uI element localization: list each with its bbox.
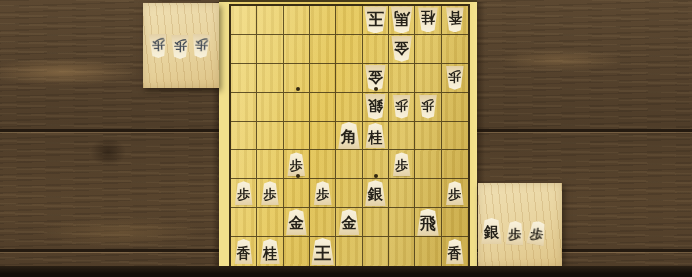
piece-kanji: 歩 <box>290 159 303 172</box>
piece-pawn-sente[interactable]: 歩 <box>393 152 411 176</box>
board-cell[interactable] <box>257 35 283 64</box>
piece-rook-sente[interactable]: 飛 <box>417 209 439 236</box>
piece-kanji: 銀 <box>368 187 383 202</box>
board-cell[interactable] <box>310 150 336 179</box>
board-cell[interactable] <box>336 93 362 122</box>
board-cell[interactable]: 歩 <box>415 93 441 122</box>
piece-kanji: 歩 <box>448 188 461 201</box>
piece-kanji: 角 <box>341 129 357 145</box>
piece-kanji: 歩 <box>508 228 522 242</box>
board-cell[interactable]: 歩 <box>442 64 468 93</box>
board-cell[interactable] <box>231 122 257 151</box>
piece-kanji: 銀 <box>484 225 499 240</box>
piece-lance-sente[interactable]: 香 <box>446 239 464 264</box>
board-cell[interactable] <box>336 179 362 208</box>
board-cell[interactable]: 香 <box>442 6 468 35</box>
piece-knight-sente[interactable]: 桂 <box>260 239 280 264</box>
piece-silver-sente[interactable]: 銀 <box>365 180 386 206</box>
piece-pawn-gote[interactable]: 歩 <box>171 35 189 59</box>
table-edge-shadow <box>0 266 692 277</box>
board-cell[interactable] <box>257 93 283 122</box>
board-cell[interactable]: 銀 <box>363 179 389 208</box>
piece-kanji: 桂 <box>421 11 435 25</box>
board-cell[interactable]: 歩 <box>389 93 415 122</box>
gote-captured-piece-stand: 歩歩歩 <box>143 3 219 88</box>
piece-kanji: 金 <box>368 69 383 84</box>
piece-kanji: 香 <box>448 246 462 260</box>
board-cell[interactable]: 歩 <box>442 179 468 208</box>
piece-kanji: 歩 <box>237 188 250 201</box>
board-cell[interactable] <box>310 6 336 35</box>
board-cell[interactable] <box>389 64 415 93</box>
hoshi-dot <box>296 87 300 91</box>
board-cell[interactable] <box>415 150 441 179</box>
piece-pawn-sente[interactable]: 歩 <box>261 181 279 205</box>
board-cell[interactable]: 歩 <box>310 179 336 208</box>
piece-kanji: 桂 <box>263 246 277 260</box>
board-cell[interactable] <box>257 6 283 35</box>
board-cell[interactable] <box>336 237 362 266</box>
board-cell[interactable] <box>310 122 336 151</box>
board-cell[interactable] <box>310 208 336 237</box>
board-cell[interactable] <box>284 122 310 151</box>
board-cell[interactable] <box>442 35 468 64</box>
piece-silver-gote[interactable]: 銀 <box>365 94 386 120</box>
piece-kanji: 玉 <box>367 10 384 27</box>
board-cell[interactable]: 飛 <box>415 208 441 237</box>
piece-lance-sente[interactable]: 香 <box>235 239 253 264</box>
hoshi-dot <box>374 174 378 178</box>
piece-pawn-gote[interactable]: 歩 <box>419 95 437 119</box>
piece-pawn-sente[interactable]: 歩 <box>526 220 548 247</box>
board-cell[interactable]: 王 <box>310 237 336 266</box>
board-cell[interactable]: 金 <box>336 208 362 237</box>
piece-pawn-gote[interactable]: 歩 <box>393 95 411 119</box>
board-cell[interactable] <box>336 150 362 179</box>
board-cell[interactable]: 玉 <box>363 6 389 35</box>
board-cell[interactable]: 馬 <box>389 6 415 35</box>
board-cell[interactable] <box>310 93 336 122</box>
sente-captured-piece-stand: 銀歩歩 <box>478 183 562 267</box>
shogi-board: 玉馬桂香金金歩銀歩歩角桂歩歩歩歩歩銀歩金金飛香桂王香 <box>219 0 477 266</box>
board-cell[interactable] <box>389 122 415 151</box>
piece-knight-sente[interactable]: 桂 <box>365 123 385 148</box>
piece-gold-sente[interactable]: 金 <box>338 209 359 235</box>
board-cell[interactable] <box>257 150 283 179</box>
board-cell[interactable] <box>389 179 415 208</box>
board-cell[interactable] <box>442 93 468 122</box>
piece-kanji: 歩 <box>263 188 276 201</box>
piece-bishop-sente[interactable]: 角 <box>338 122 360 149</box>
piece-kanji: 歩 <box>174 39 187 52</box>
piece-kanji: 歩 <box>395 159 408 172</box>
piece-kanji: 歩 <box>395 99 408 112</box>
piece-kanji: 歩 <box>421 99 434 112</box>
piece-kanji: 歩 <box>448 70 461 83</box>
board-cell[interactable] <box>257 122 283 151</box>
board-cell[interactable] <box>442 150 468 179</box>
board-cell[interactable]: 桂 <box>415 6 441 35</box>
piece-pawn-sente[interactable]: 歩 <box>446 181 464 205</box>
board-cell[interactable] <box>442 208 468 237</box>
board-cell[interactable] <box>257 208 283 237</box>
piece-pawn-sente[interactable]: 歩 <box>314 181 332 205</box>
board-cell[interactable] <box>231 6 257 35</box>
piece-kanji: 桂 <box>368 130 382 144</box>
board-cell[interactable]: 香 <box>442 237 468 266</box>
board-cell[interactable] <box>415 35 441 64</box>
board-cell[interactable] <box>336 64 362 93</box>
piece-kanji: 歩 <box>529 227 544 242</box>
board-cell[interactable]: 銀 <box>363 93 389 122</box>
piece-kanji: 銀 <box>368 98 383 113</box>
piece-pawn-gote[interactable]: 歩 <box>149 34 168 59</box>
piece-kanji: 金 <box>341 216 356 231</box>
piece-kanji: 歩 <box>151 38 164 51</box>
board-cell[interactable] <box>231 64 257 93</box>
shogi-table-photo: 玉馬桂香金金歩銀歩歩角桂歩歩歩歩歩銀歩金金飛香桂王香 歩歩歩 銀歩歩 <box>0 0 692 277</box>
piece-pawn-sente[interactable]: 歩 <box>505 221 524 246</box>
piece-kanji: 馬 <box>394 10 410 26</box>
piece-kanji: 歩 <box>316 188 329 201</box>
piece-gold-sente[interactable]: 金 <box>286 209 307 235</box>
piece-pawn-gote[interactable]: 歩 <box>191 34 210 59</box>
board-cell[interactable]: 金 <box>284 208 310 237</box>
board-cell[interactable]: 香 <box>231 237 257 266</box>
piece-king-sente[interactable]: 王 <box>311 238 334 265</box>
board-cell[interactable]: 歩 <box>389 150 415 179</box>
board-cell[interactable]: 金 <box>389 35 415 64</box>
board-cell[interactable] <box>284 179 310 208</box>
board-cell[interactable] <box>336 35 362 64</box>
piece-kanji: 飛 <box>420 216 436 232</box>
board-cell[interactable] <box>284 93 310 122</box>
piece-kanji: 金 <box>394 40 409 55</box>
board-cell[interactable] <box>442 122 468 151</box>
board-cell[interactable] <box>363 237 389 266</box>
piece-pawn-sente[interactable]: 歩 <box>287 152 305 176</box>
piece-kanji: 歩 <box>194 38 208 52</box>
board-cell[interactable] <box>284 35 310 64</box>
piece-gold-gote[interactable]: 金 <box>391 36 412 62</box>
piece-silver-sente[interactable]: 銀 <box>481 218 502 244</box>
board-cell[interactable] <box>310 35 336 64</box>
board-cell[interactable]: 桂 <box>257 237 283 266</box>
piece-lance-gote[interactable]: 香 <box>446 7 464 32</box>
board-cell[interactable] <box>389 208 415 237</box>
board-cell[interactable] <box>363 208 389 237</box>
board-cell[interactable] <box>415 122 441 151</box>
board-cell[interactable]: 歩 <box>257 179 283 208</box>
piece-king-gote[interactable]: 玉 <box>364 6 387 33</box>
board-cell[interactable] <box>363 35 389 64</box>
piece-kanji: 香 <box>448 11 462 25</box>
board-cell[interactable] <box>415 64 441 93</box>
piece-pawn-sente[interactable]: 歩 <box>235 181 253 205</box>
board-cell[interactable] <box>257 64 283 93</box>
board-cell[interactable] <box>415 179 441 208</box>
board-cell[interactable]: 歩 <box>231 179 257 208</box>
board-cell[interactable] <box>231 93 257 122</box>
piece-kanji: 香 <box>237 246 251 260</box>
board-cell[interactable] <box>389 237 415 266</box>
board-cell[interactable] <box>231 35 257 64</box>
piece-pawn-gote[interactable]: 歩 <box>446 66 464 90</box>
piece-promoted-bishop-gote[interactable]: 馬 <box>391 6 413 33</box>
board-cell[interactable]: 角 <box>336 122 362 151</box>
piece-kanji: 金 <box>289 216 304 231</box>
board-cell[interactable] <box>310 64 336 93</box>
board-cell[interactable] <box>336 6 362 35</box>
board-cell[interactable] <box>415 237 441 266</box>
hoshi-dot <box>296 174 300 178</box>
board-cell[interactable] <box>284 237 310 266</box>
board-cell[interactable] <box>231 150 257 179</box>
board-grid: 玉馬桂香金金歩銀歩歩角桂歩歩歩歩歩銀歩金金飛香桂王香 <box>229 4 470 268</box>
board-cell[interactable] <box>231 208 257 237</box>
piece-knight-gote[interactable]: 桂 <box>418 7 438 32</box>
board-cell[interactable] <box>284 6 310 35</box>
piece-kanji: 王 <box>314 245 331 262</box>
board-cell[interactable]: 桂 <box>363 122 389 151</box>
hoshi-dot <box>374 87 378 91</box>
